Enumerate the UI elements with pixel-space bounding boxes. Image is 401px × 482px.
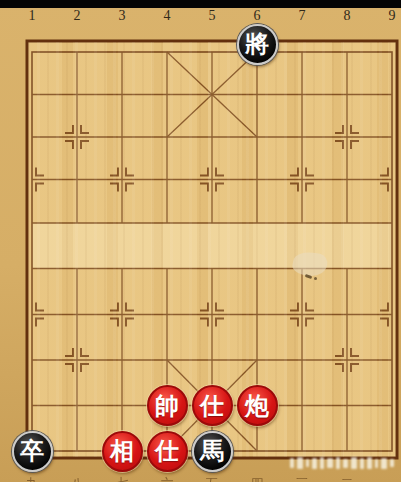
file-label-bottom-8: 二 xyxy=(335,475,359,482)
piece-red-general[interactable]: 帥 xyxy=(147,385,188,426)
file-label-bottom-3: 七 xyxy=(110,475,134,482)
piece-black-general[interactable]: 將 xyxy=(237,24,278,65)
piece-grid: 將帥仕炮卒相仕馬 xyxy=(10,31,401,474)
piece-glyph: 相 xyxy=(110,439,134,463)
piece-glyph: 炮 xyxy=(245,394,269,418)
piece-red-cannon[interactable]: 炮 xyxy=(237,385,278,426)
file-label-bottom-2: 八 xyxy=(65,475,89,482)
piece-glyph: 仕 xyxy=(155,439,179,463)
piece-glyph: 仕 xyxy=(200,394,224,418)
piece-glyph: 帥 xyxy=(155,394,179,418)
piece-glyph: 馬 xyxy=(200,439,224,463)
piece-black-horse[interactable]: 馬 xyxy=(192,431,233,472)
file-label-bottom-7: 三 xyxy=(290,475,314,482)
file-label-bottom-4: 六 xyxy=(155,475,179,482)
file-label-bottom-6: 四 xyxy=(245,475,269,482)
file-label-bottom-1: 九 xyxy=(20,475,44,482)
file-label-bottom-9: 一 xyxy=(380,475,401,482)
xiangqi-screen: 123456789 將帥仕炮卒相仕馬 九八七六五四三二一 xyxy=(0,0,401,482)
piece-black-soldier[interactable]: 卒 xyxy=(12,431,53,472)
piece-glyph: 卒 xyxy=(20,439,44,463)
piece-red-elephant[interactable]: 相 xyxy=(102,431,143,472)
piece-glyph: 將 xyxy=(245,32,269,56)
piece-red-advisor[interactable]: 仕 xyxy=(147,431,188,472)
piece-red-advisor[interactable]: 仕 xyxy=(192,385,233,426)
file-label-bottom-5: 五 xyxy=(200,475,224,482)
